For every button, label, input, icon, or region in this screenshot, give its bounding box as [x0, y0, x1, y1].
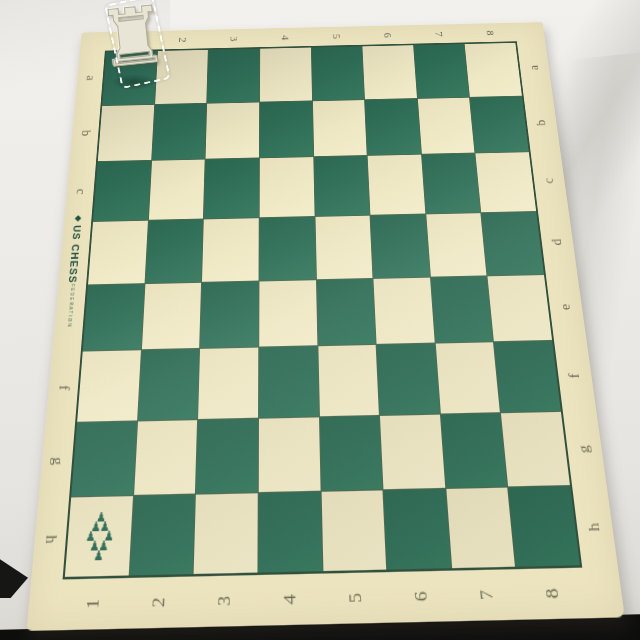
pawn-diamond-icon: ❖	[73, 214, 83, 223]
coord-right-a: a	[527, 54, 542, 81]
square-g3[interactable]	[196, 418, 258, 493]
square-b4[interactable]	[260, 101, 313, 158]
square-f4[interactable]	[259, 346, 319, 417]
square-g4[interactable]	[259, 417, 320, 492]
square-g8[interactable]	[501, 412, 570, 487]
square-d7[interactable]	[426, 213, 487, 276]
square-d5[interactable]	[315, 216, 373, 279]
coord-left-g: g	[49, 444, 66, 478]
coord-bottom-2: 2	[149, 563, 169, 640]
square-e8[interactable]	[488, 275, 552, 342]
square-c7[interactable]	[422, 154, 481, 214]
square-b6[interactable]	[365, 99, 421, 156]
square-d2[interactable]	[145, 219, 203, 282]
square-c6[interactable]	[368, 155, 425, 215]
square-a3[interactable]	[207, 49, 259, 103]
square-b8[interactable]	[470, 96, 529, 153]
uschess-logo-subtext: FEDERATION	[66, 283, 74, 327]
square-a4[interactable]	[260, 48, 312, 102]
square-c8[interactable]	[476, 152, 536, 212]
square-c5[interactable]	[314, 156, 370, 216]
square-g1[interactable]	[71, 421, 136, 497]
uschess-logo-text: US CHESS	[67, 225, 83, 284]
coord-left-h: h	[42, 521, 60, 557]
square-f3[interactable]	[198, 348, 258, 419]
coord-right-e: e	[557, 290, 575, 324]
square-b2[interactable]	[152, 103, 207, 160]
square-d3[interactable]	[202, 218, 258, 281]
photo-scene: 12345678 ❖US CHESS FEDERATION abcfgh ♟♟♟…	[0, 0, 640, 640]
square-c3[interactable]	[204, 159, 259, 219]
coord-left-a: a	[83, 65, 97, 89]
coord-right-h: h	[585, 506, 605, 547]
square-a5[interactable]	[311, 46, 364, 100]
square-d1[interactable]	[88, 221, 148, 284]
square-b5[interactable]	[312, 100, 366, 157]
square-b7[interactable]	[418, 97, 475, 154]
square-d4[interactable]	[259, 217, 315, 280]
square-f5[interactable]	[318, 345, 379, 416]
square-e4[interactable]	[259, 280, 317, 347]
table-edge-shadow	[0, 556, 28, 598]
square-d6[interactable]	[371, 214, 430, 277]
square-e6[interactable]	[374, 277, 435, 344]
square-e5[interactable]	[316, 278, 375, 345]
square-c2[interactable]	[149, 160, 205, 220]
square-g2[interactable]	[134, 420, 198, 495]
square-a6[interactable]	[363, 45, 417, 99]
square-a8[interactable]	[465, 43, 522, 97]
coord-right-c: c	[541, 165, 557, 196]
coord-left-f: f	[55, 371, 71, 403]
chess-mat: 12345678 ❖US CHESS FEDERATION abcfgh ♟♟♟…	[26, 22, 624, 631]
square-a7[interactable]	[414, 44, 470, 98]
square-f7[interactable]	[436, 342, 501, 413]
square-e7[interactable]	[431, 276, 494, 343]
square-g7[interactable]	[441, 413, 508, 488]
coord-left-b: b	[78, 120, 92, 146]
square-c4[interactable]	[260, 157, 315, 217]
square-d8[interactable]	[482, 212, 544, 275]
coord-right-g: g	[575, 429, 594, 468]
square-c1[interactable]	[93, 161, 151, 221]
square-b1[interactable]	[98, 105, 154, 162]
coord-right-f: f	[566, 357, 584, 393]
square-f6[interactable]	[377, 344, 440, 415]
square-f2[interactable]	[138, 349, 200, 420]
square-f8[interactable]	[494, 341, 560, 412]
coord-bottom-3: 3	[215, 562, 233, 640]
square-e2[interactable]	[142, 282, 202, 349]
square-b3[interactable]	[206, 102, 259, 159]
square-f1[interactable]	[77, 350, 140, 421]
square-e3[interactable]	[200, 281, 258, 348]
square-e1[interactable]	[83, 284, 144, 351]
coord-right-b: b	[534, 108, 550, 137]
square-g5[interactable]	[319, 416, 382, 491]
square-g6[interactable]	[380, 414, 445, 489]
coord-bottom-5: 5	[346, 559, 366, 638]
chess-board[interactable]: ♟♟♟♟♟♟♟♟♟	[63, 41, 583, 579]
coord-bottom-4: 4	[281, 561, 299, 640]
coord-left-c: c	[73, 178, 88, 205]
coord-right-d: d	[549, 226, 566, 258]
